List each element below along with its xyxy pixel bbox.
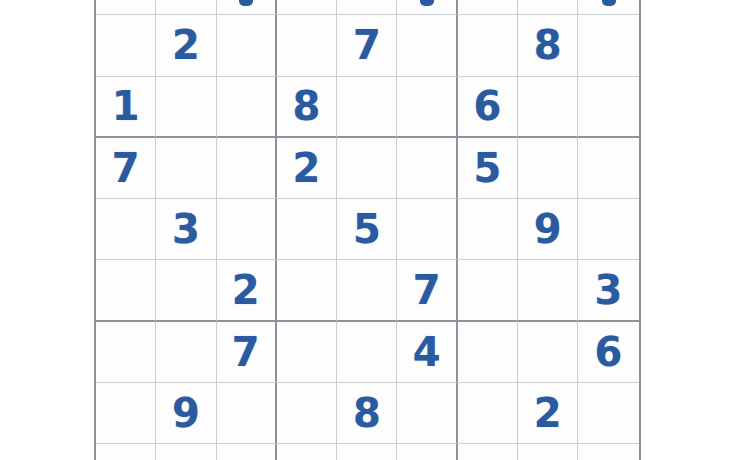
cell-r7c4[interactable] bbox=[277, 322, 337, 383]
cell-r7c7[interactable] bbox=[458, 322, 518, 383]
cell-r5c5[interactable]: 5 bbox=[337, 199, 397, 260]
cell-r4c1[interactable]: 7 bbox=[96, 138, 156, 199]
cell-r4c3[interactable] bbox=[217, 138, 277, 199]
cell-r4c7[interactable]: 5 bbox=[458, 138, 518, 199]
cell-r6c9[interactable]: 3 bbox=[578, 260, 638, 321]
given-digit: 7 bbox=[112, 148, 140, 188]
cell-r7c1[interactable] bbox=[96, 322, 156, 383]
given-digit: 8 bbox=[293, 86, 321, 126]
cell-r9c9[interactable] bbox=[578, 444, 638, 460]
cell-r3c8[interactable] bbox=[518, 77, 578, 138]
cell-r5c3[interactable] bbox=[217, 199, 277, 260]
cell-r5c2[interactable]: 3 bbox=[156, 199, 216, 260]
cell-r1c4[interactable] bbox=[277, 0, 337, 15]
given-digit: 1 bbox=[112, 86, 140, 126]
cell-r2c2[interactable]: 2 bbox=[156, 15, 216, 76]
given-digit: 8 bbox=[534, 25, 562, 65]
cell-r9c7[interactable] bbox=[458, 444, 518, 460]
given-digit: 2 bbox=[293, 148, 321, 188]
cell-r2c5[interactable]: 7 bbox=[337, 15, 397, 76]
cell-r6c4[interactable] bbox=[277, 260, 337, 321]
cell-r4c6[interactable] bbox=[397, 138, 457, 199]
cell-r6c7[interactable] bbox=[458, 260, 518, 321]
cell-r3c1[interactable]: 1 bbox=[96, 77, 156, 138]
cell-r1c3[interactable] bbox=[217, 0, 277, 15]
given-digit: 7 bbox=[353, 25, 381, 65]
given-digit: 5 bbox=[474, 148, 502, 188]
cell-r6c6[interactable]: 7 bbox=[397, 260, 457, 321]
cell-r8c5[interactable]: 8 bbox=[337, 383, 397, 444]
given-digit: 9 bbox=[534, 209, 562, 249]
cropped-digit-tip bbox=[239, 0, 253, 6]
cell-r6c1[interactable] bbox=[96, 260, 156, 321]
cell-r1c7[interactable] bbox=[458, 0, 518, 15]
cell-r1c9[interactable] bbox=[578, 0, 638, 15]
cell-r1c1[interactable] bbox=[96, 0, 156, 15]
cropped-digit-tip bbox=[420, 0, 434, 6]
cell-r9c1[interactable] bbox=[96, 444, 156, 460]
cell-r2c4[interactable] bbox=[277, 15, 337, 76]
given-digit: 3 bbox=[172, 209, 200, 249]
cell-r9c4[interactable] bbox=[277, 444, 337, 460]
cell-r2c9[interactable] bbox=[578, 15, 638, 76]
cell-r8c7[interactable] bbox=[458, 383, 518, 444]
cell-r8c4[interactable] bbox=[277, 383, 337, 444]
given-digit: 5 bbox=[353, 209, 381, 249]
cell-r3c5[interactable] bbox=[337, 77, 397, 138]
cell-r1c2[interactable] bbox=[156, 0, 216, 15]
cell-r5c1[interactable] bbox=[96, 199, 156, 260]
cell-r2c3[interactable] bbox=[217, 15, 277, 76]
cell-r6c8[interactable] bbox=[518, 260, 578, 321]
cell-r7c2[interactable] bbox=[156, 322, 216, 383]
given-digit: 9 bbox=[172, 393, 200, 433]
cell-r9c3[interactable] bbox=[217, 444, 277, 460]
cell-r2c6[interactable] bbox=[397, 15, 457, 76]
cell-r5c8[interactable]: 9 bbox=[518, 199, 578, 260]
cell-r9c2[interactable] bbox=[156, 444, 216, 460]
cell-r5c6[interactable] bbox=[397, 199, 457, 260]
cell-r3c9[interactable] bbox=[578, 77, 638, 138]
cell-r3c6[interactable] bbox=[397, 77, 457, 138]
cell-r2c8[interactable]: 8 bbox=[518, 15, 578, 76]
cell-r4c9[interactable] bbox=[578, 138, 638, 199]
sudoku-viewport: 278186725359273746982 bbox=[0, 0, 736, 460]
given-digit: 2 bbox=[534, 393, 562, 433]
cell-r1c8[interactable] bbox=[518, 0, 578, 15]
cell-r4c4[interactable]: 2 bbox=[277, 138, 337, 199]
cell-r5c7[interactable] bbox=[458, 199, 518, 260]
cell-r1c5[interactable] bbox=[337, 0, 397, 15]
given-digit: 3 bbox=[595, 270, 623, 310]
cell-r7c9[interactable]: 6 bbox=[578, 322, 638, 383]
cell-r6c5[interactable] bbox=[337, 260, 397, 321]
cell-r2c1[interactable] bbox=[96, 15, 156, 76]
cropped-digit-tip bbox=[602, 0, 616, 6]
cell-r9c6[interactable] bbox=[397, 444, 457, 460]
cell-r9c5[interactable] bbox=[337, 444, 397, 460]
cell-r5c9[interactable] bbox=[578, 199, 638, 260]
cell-r7c8[interactable] bbox=[518, 322, 578, 383]
cell-r3c3[interactable] bbox=[217, 77, 277, 138]
cell-r7c5[interactable] bbox=[337, 322, 397, 383]
cell-r7c6[interactable]: 4 bbox=[397, 322, 457, 383]
cell-r8c9[interactable] bbox=[578, 383, 638, 444]
cell-r8c1[interactable] bbox=[96, 383, 156, 444]
given-digit: 7 bbox=[413, 270, 441, 310]
cell-r6c2[interactable] bbox=[156, 260, 216, 321]
cell-r9c8[interactable] bbox=[518, 444, 578, 460]
cell-r4c2[interactable] bbox=[156, 138, 216, 199]
cell-r1c6[interactable] bbox=[397, 0, 457, 15]
given-digit: 2 bbox=[172, 25, 200, 65]
cell-r2c7[interactable] bbox=[458, 15, 518, 76]
given-digit: 8 bbox=[353, 393, 381, 433]
cell-r7c3[interactable]: 7 bbox=[217, 322, 277, 383]
given-digit: 6 bbox=[595, 332, 623, 372]
cell-r4c5[interactable] bbox=[337, 138, 397, 199]
cell-r3c2[interactable] bbox=[156, 77, 216, 138]
cell-r6c3[interactable]: 2 bbox=[217, 260, 277, 321]
given-digit: 2 bbox=[232, 270, 260, 310]
given-digit: 7 bbox=[232, 332, 260, 372]
cell-r4c8[interactable] bbox=[518, 138, 578, 199]
cell-r3c7[interactable]: 6 bbox=[458, 77, 518, 138]
cell-r3c4[interactable]: 8 bbox=[277, 77, 337, 138]
given-digit: 6 bbox=[474, 86, 502, 126]
cell-r8c8[interactable]: 2 bbox=[518, 383, 578, 444]
given-digit: 4 bbox=[413, 332, 441, 372]
cell-r5c4[interactable] bbox=[277, 199, 337, 260]
cell-r8c2[interactable]: 9 bbox=[156, 383, 216, 444]
cell-r8c3[interactable] bbox=[217, 383, 277, 444]
sudoku-board: 278186725359273746982 bbox=[94, 0, 641, 460]
cell-r8c6[interactable] bbox=[397, 383, 457, 444]
